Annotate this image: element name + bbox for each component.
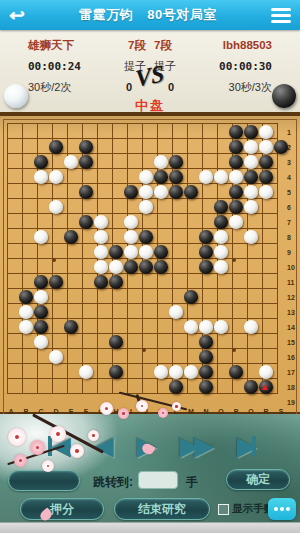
bet-points-button[interactable]: 押分 — [20, 498, 104, 520]
table-title: 80号对局室 — [147, 7, 216, 22]
row-label: 12 — [287, 290, 295, 305]
stone-white — [79, 365, 93, 379]
stone-black — [79, 215, 93, 229]
stone-white — [214, 260, 228, 274]
stone-black — [229, 365, 243, 379]
stone-black — [229, 125, 243, 139]
stone-white — [244, 185, 258, 199]
player-left-byoyomi: 30秒/2次 — [28, 80, 71, 95]
jump-move-input[interactable] — [138, 471, 178, 489]
row-label: 10 — [287, 260, 295, 275]
blossom-decoration — [50, 426, 66, 442]
player-left-time: 00:00:24 — [28, 60, 81, 73]
stone-white — [139, 170, 153, 184]
row-label: 9 — [287, 245, 295, 260]
stone-black — [79, 185, 93, 199]
bottom-banner: ◀ ◀ ▶ ▶▶ ▶ 跳转到: 手 确定 押分 结束研究 显示手数 — [0, 414, 300, 522]
stone-white — [244, 320, 258, 334]
stone-white — [94, 260, 108, 274]
stone-black — [34, 320, 48, 334]
stone-white — [214, 245, 228, 259]
stone-white — [259, 365, 273, 379]
vs-graphic: VS — [134, 61, 165, 91]
show-move-numbers-checkbox[interactable]: 显示手数 — [218, 502, 274, 516]
row-label: 8 — [287, 230, 295, 245]
row-label: 6 — [287, 200, 295, 215]
stone-black — [124, 260, 138, 274]
stone-white — [109, 260, 123, 274]
row-labels: 12345678910111213141516171819 — [287, 125, 295, 410]
stone-black — [34, 305, 48, 319]
jump-row: 跳转到: 手 确定 — [0, 470, 300, 492]
stone-white — [64, 155, 78, 169]
hamburger-menu-icon[interactable] — [262, 8, 300, 23]
stone-black — [154, 170, 168, 184]
stone-black — [109, 365, 123, 379]
stone-white — [244, 230, 258, 244]
stone-white — [49, 350, 63, 364]
stone-black — [64, 230, 78, 244]
stone-black — [184, 290, 198, 304]
stone-black — [109, 335, 123, 349]
fast-forward-button[interactable]: ▶▶ — [180, 434, 209, 458]
stone-white — [244, 155, 258, 169]
stone-black — [259, 170, 273, 184]
stone-white — [49, 170, 63, 184]
blossom-decoration — [70, 444, 84, 458]
row-label: 13 — [287, 305, 295, 320]
board-grid[interactable] — [4, 125, 289, 410]
stone-white — [169, 305, 183, 319]
player-left-rank: 7段 — [128, 38, 146, 53]
stone-black — [169, 170, 183, 184]
black-stone-icon — [272, 84, 296, 108]
stone-white — [184, 365, 198, 379]
stone-black — [274, 140, 288, 154]
stone-black — [229, 140, 243, 154]
stone-white — [259, 140, 273, 154]
row-label: 5 — [287, 185, 295, 200]
stone-white — [199, 170, 213, 184]
player-right-name: lbh88503 — [223, 39, 272, 51]
stone-white — [229, 215, 243, 229]
stone-white — [94, 245, 108, 259]
stone-white — [229, 170, 243, 184]
blossom-decoration — [100, 402, 113, 415]
stone-black — [199, 365, 213, 379]
top-bar: ↩ 雷霆万钧 80号对局室 — [0, 0, 300, 30]
stone-black — [49, 140, 63, 154]
stone-white — [244, 140, 258, 154]
blossom-decoration — [136, 400, 148, 412]
stone-black — [64, 320, 78, 334]
match-center-badge: VS 中盘 — [122, 64, 178, 115]
blossom-decoration — [14, 454, 27, 467]
stone-black — [199, 230, 213, 244]
stone-black — [199, 260, 213, 274]
stone-black — [199, 245, 213, 259]
stone-black — [244, 170, 258, 184]
left-action-button[interactable] — [8, 470, 80, 491]
row-label: 1 — [287, 125, 295, 140]
row-label: 3 — [287, 155, 295, 170]
stone-black — [94, 275, 108, 289]
page-title: 雷霆万钧 80号对局室 — [34, 6, 262, 24]
stone-black — [109, 245, 123, 259]
row-label: 19 — [287, 395, 295, 410]
blossom-decoration — [30, 440, 45, 455]
stone-black — [154, 260, 168, 274]
stone-black — [199, 335, 213, 349]
stone-white — [34, 335, 48, 349]
stone-white — [124, 245, 138, 259]
blossom-decoration — [172, 402, 181, 411]
stone-black — [214, 215, 228, 229]
stone-black — [34, 155, 48, 169]
stone-white — [19, 320, 33, 334]
player-right-time: 00:00:30 — [219, 60, 272, 73]
stone-white — [139, 185, 153, 199]
blossom-decoration — [8, 428, 26, 446]
stone-white — [184, 320, 198, 334]
stone-black — [169, 155, 183, 169]
checkbox-icon[interactable] — [218, 504, 229, 515]
stone-white — [259, 125, 273, 139]
stone-black — [139, 230, 153, 244]
blossom-decoration — [118, 408, 129, 419]
stone-white — [259, 185, 273, 199]
row-label: 17 — [287, 365, 295, 380]
row-label: 2 — [287, 140, 295, 155]
end-research-button[interactable]: 结束研究 — [114, 498, 210, 520]
stone-black — [169, 380, 183, 394]
stone-black — [199, 380, 213, 394]
stone-black — [49, 275, 63, 289]
row-label: 15 — [287, 335, 295, 350]
go-board: ABCDEFGHIJKLMNOPQRS 12345678910111213141… — [0, 112, 300, 414]
stone-black — [169, 185, 183, 199]
row-label: 16 — [287, 350, 295, 365]
row-label: 11 — [287, 275, 295, 290]
blossom-decoration — [88, 430, 99, 441]
player-right-rank: 7段 — [154, 38, 172, 53]
last-move-marker — [262, 384, 268, 390]
go-game-app: ↩ 雷霆万钧 80号对局室 雄狮天下 7段 00:00:24 提子 30秒/2次… — [0, 0, 300, 533]
stone-white — [34, 170, 48, 184]
stone-black — [199, 350, 213, 364]
stone-white — [244, 200, 258, 214]
row-label: 18 — [287, 380, 295, 395]
blossom-decoration — [42, 460, 54, 472]
confirm-button[interactable]: 确定 — [226, 469, 290, 490]
stone-black — [184, 185, 198, 199]
stone-black — [79, 155, 93, 169]
stone-black — [34, 275, 48, 289]
room-title: 雷霆万钧 — [79, 7, 133, 22]
stone-black — [259, 380, 273, 394]
row-label: 4 — [287, 170, 295, 185]
stone-white — [139, 200, 153, 214]
stone-white — [214, 170, 228, 184]
back-icon[interactable]: ↩ — [0, 5, 34, 26]
stone-black — [259, 155, 273, 169]
row-label: 7 — [287, 215, 295, 230]
stone-white — [49, 200, 63, 214]
stone-black — [79, 140, 93, 154]
stone-white — [154, 155, 168, 169]
stone-white — [34, 290, 48, 304]
stone-black — [154, 245, 168, 259]
stone-black — [109, 275, 123, 289]
chat-bubble-icon[interactable] — [268, 498, 296, 520]
stone-black — [19, 290, 33, 304]
stone-white — [154, 185, 168, 199]
stone-white — [214, 320, 228, 334]
stone-white — [214, 230, 228, 244]
stone-black — [139, 260, 153, 274]
skip-to-end-button[interactable]: ▶ — [238, 434, 256, 458]
row-label: 14 — [287, 320, 295, 335]
stone-white — [169, 365, 183, 379]
stone-black — [229, 155, 243, 169]
player-right-byoyomi: 30秒/3次 — [229, 80, 272, 95]
jump-suffix-label: 手 — [186, 474, 198, 491]
stone-white — [124, 230, 138, 244]
stone-black — [244, 380, 258, 394]
jump-to-label: 跳转到: — [93, 474, 133, 491]
player-left-name: 雄狮天下 — [28, 38, 74, 53]
stone-white — [154, 365, 168, 379]
blossom-decoration — [158, 408, 168, 418]
stone-black — [244, 125, 258, 139]
stone-white — [139, 245, 153, 259]
white-stone-icon — [4, 84, 28, 108]
stone-black — [229, 185, 243, 199]
stone-black — [229, 200, 243, 214]
stone-black — [124, 185, 138, 199]
stone-white — [94, 230, 108, 244]
stone-white — [124, 215, 138, 229]
stone-white — [94, 215, 108, 229]
bottom-strip — [0, 522, 300, 533]
stone-white — [19, 305, 33, 319]
player-info-panel: 雄狮天下 7段 00:00:24 提子 30秒/2次 0 7段 lbh88503… — [0, 30, 300, 112]
stone-black — [214, 200, 228, 214]
stone-white — [199, 320, 213, 334]
stone-white — [34, 230, 48, 244]
